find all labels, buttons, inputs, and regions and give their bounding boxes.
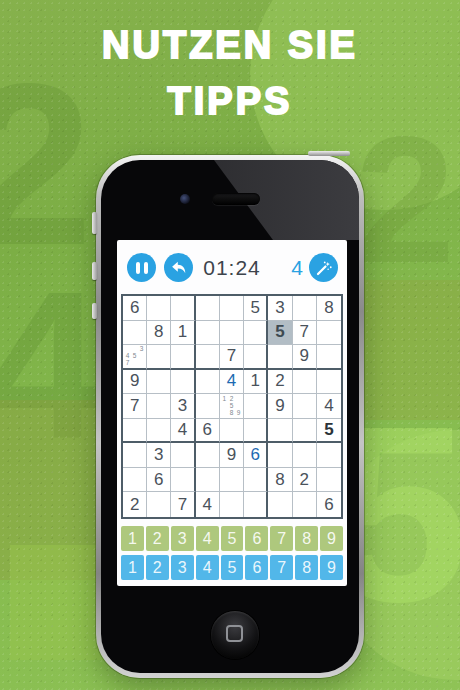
sudoku-cell[interactable]: [171, 443, 195, 468]
sudoku-cell[interactable]: [147, 296, 171, 321]
numpad-green-button-3[interactable]: 3: [171, 526, 194, 551]
sudoku-cell[interactable]: 8: [317, 296, 341, 321]
numpad-blue-button-1[interactable]: 1: [121, 555, 144, 580]
sudoku-cell[interactable]: [123, 468, 147, 493]
sudoku-cell[interactable]: [220, 492, 244, 517]
sudoku-cell[interactable]: [123, 419, 147, 444]
numpad-green-button-7[interactable]: 7: [270, 526, 293, 551]
numpad-green-button-4[interactable]: 4: [196, 526, 219, 551]
numpad-green-button-5[interactable]: 5: [221, 526, 244, 551]
sudoku-cell[interactable]: [196, 370, 220, 395]
sudoku-cell[interactable]: 7: [293, 321, 317, 346]
volume-up-button: [92, 262, 97, 280]
sudoku-cell[interactable]: 5: [244, 296, 268, 321]
sudoku-cell[interactable]: [317, 468, 341, 493]
numpad-blue-row: 123456789: [121, 555, 343, 580]
sudoku-cell[interactable]: 4: [196, 492, 220, 517]
home-button-icon: [226, 625, 243, 642]
sudoku-cell[interactable]: [268, 345, 292, 370]
sudoku-cell[interactable]: [268, 419, 292, 444]
sudoku-cell[interactable]: 8: [147, 321, 171, 346]
sudoku-cell[interactable]: [196, 468, 220, 493]
sudoku-cell[interactable]: 7: [220, 345, 244, 370]
sudoku-cell[interactable]: 12589: [220, 394, 244, 419]
sudoku-grid: 6538815734577994127312589944653966822746: [121, 294, 343, 519]
numpad-green-row: 123456789: [121, 526, 343, 551]
pencil-marks: 12589: [221, 395, 242, 417]
sudoku-cell[interactable]: 2: [268, 370, 292, 395]
numpad-blue-button-9[interactable]: 9: [320, 555, 343, 580]
sudoku-cell[interactable]: [171, 296, 195, 321]
sudoku-cell[interactable]: [220, 468, 244, 493]
sudoku-cell[interactable]: [196, 321, 220, 346]
sudoku-cell[interactable]: [220, 321, 244, 346]
sudoku-cell[interactable]: [293, 419, 317, 444]
sudoku-cell[interactable]: [244, 345, 268, 370]
sudoku-cell[interactable]: [196, 394, 220, 419]
numpad-green-button-2[interactable]: 2: [146, 526, 169, 551]
pencil-marks: 3457: [124, 346, 145, 367]
sudoku-cell[interactable]: 7: [171, 492, 195, 517]
sudoku-cell[interactable]: [171, 370, 195, 395]
sudoku-cell[interactable]: 5: [317, 419, 341, 444]
sudoku-cell[interactable]: [147, 492, 171, 517]
sudoku-cell[interactable]: [293, 394, 317, 419]
sudoku-cell[interactable]: 9: [293, 345, 317, 370]
sudoku-cell[interactable]: 1: [244, 370, 268, 395]
sudoku-cell[interactable]: [196, 443, 220, 468]
numpad-green-button-9[interactable]: 9: [320, 526, 343, 551]
sudoku-cell[interactable]: [244, 321, 268, 346]
sudoku-cell[interactable]: [123, 321, 147, 346]
numpad-blue-button-2[interactable]: 2: [146, 555, 169, 580]
phone-frame: 01:24 4 65388157345779941273125899446539…: [96, 155, 364, 678]
sudoku-cell[interactable]: [196, 296, 220, 321]
sudoku-cell[interactable]: 9: [220, 443, 244, 468]
sudoku-cell[interactable]: [268, 492, 292, 517]
sudoku-cell[interactable]: [171, 345, 195, 370]
magic-wand-icon: [315, 259, 333, 277]
sudoku-cell[interactable]: [293, 296, 317, 321]
numpad-blue-button-4[interactable]: 4: [196, 555, 219, 580]
sudoku-cell[interactable]: [244, 492, 268, 517]
sudoku-cell[interactable]: [268, 443, 292, 468]
sudoku-cell[interactable]: 9: [268, 394, 292, 419]
power-button: [308, 151, 350, 156]
numpad-blue-button-5[interactable]: 5: [221, 555, 244, 580]
hints-count: 4: [291, 256, 303, 280]
sudoku-cell[interactable]: 3: [147, 443, 171, 468]
sudoku-cell[interactable]: 6: [147, 468, 171, 493]
sudoku-cell[interactable]: 7: [123, 394, 147, 419]
numpad-green-button-8[interactable]: 8: [295, 526, 318, 551]
sudoku-cell[interactable]: [293, 443, 317, 468]
sudoku-cell[interactable]: [293, 370, 317, 395]
sudoku-cell[interactable]: [244, 419, 268, 444]
numpad-blue-button-7[interactable]: 7: [270, 555, 293, 580]
sudoku-cell[interactable]: [171, 468, 195, 493]
earpiece-speaker: [212, 193, 260, 205]
numpad-blue-button-6[interactable]: 6: [245, 555, 268, 580]
home-button[interactable]: [211, 611, 259, 659]
sudoku-cell[interactable]: [317, 443, 341, 468]
sudoku-cell[interactable]: 6: [244, 443, 268, 468]
hint-button[interactable]: [309, 253, 338, 282]
sudoku-cell[interactable]: 4: [220, 370, 244, 395]
headline-line2: TIPPS: [0, 80, 460, 123]
screenshot-stage: 2 4 5 2 NUTZEN SIE TIPPS: [0, 0, 460, 690]
sudoku-cell[interactable]: [293, 492, 317, 517]
numpad-blue-button-8[interactable]: 8: [295, 555, 318, 580]
sudoku-cell[interactable]: [196, 345, 220, 370]
sudoku-cell[interactable]: 9: [123, 370, 147, 395]
numpad-green-button-6[interactable]: 6: [245, 526, 268, 551]
sudoku-cell[interactable]: [220, 419, 244, 444]
sudoku-cell[interactable]: [147, 370, 171, 395]
sudoku-cell[interactable]: [244, 468, 268, 493]
app-screen: 01:24 4 65388157345779941273125899446539…: [117, 240, 347, 586]
numpad-blue-button-3[interactable]: 3: [171, 555, 194, 580]
sudoku-cell[interactable]: 3: [268, 296, 292, 321]
sudoku-cell[interactable]: 2: [123, 492, 147, 517]
sudoku-cell[interactable]: 6: [123, 296, 147, 321]
sudoku-cell[interactable]: 5: [268, 321, 292, 346]
sudoku-cell[interactable]: [123, 443, 147, 468]
sudoku-cell[interactable]: 2: [293, 468, 317, 493]
sudoku-cell[interactable]: [317, 321, 341, 346]
background-digit: 2: [355, 110, 455, 290]
sudoku-cell[interactable]: [147, 394, 171, 419]
sudoku-cell[interactable]: [147, 345, 171, 370]
sudoku-cell[interactable]: [317, 345, 341, 370]
sudoku-cell[interactable]: 6: [317, 492, 341, 517]
background-digit: 4: [0, 260, 102, 470]
sudoku-cell[interactable]: [147, 419, 171, 444]
sudoku-cell[interactable]: 8: [268, 468, 292, 493]
sudoku-cell[interactable]: 1: [171, 321, 195, 346]
sudoku-cell[interactable]: 4: [317, 394, 341, 419]
volume-down-button: [92, 303, 97, 319]
sudoku-cell[interactable]: 3457: [123, 345, 147, 370]
front-camera: [180, 194, 190, 204]
sudoku-cell[interactable]: [244, 394, 268, 419]
mute-switch: [92, 212, 97, 234]
sudoku-cell[interactable]: 4: [171, 419, 195, 444]
numpad-green-button-1[interactable]: 1: [121, 526, 144, 551]
sudoku-cell[interactable]: [317, 370, 341, 395]
headline-line1: NUTZEN SIE: [0, 24, 460, 67]
sudoku-cell[interactable]: 3: [171, 394, 195, 419]
sudoku-cell[interactable]: [220, 296, 244, 321]
sudoku-cell[interactable]: 6: [196, 419, 220, 444]
phone-body: 01:24 4 65388157345779941273125899446539…: [101, 160, 359, 673]
